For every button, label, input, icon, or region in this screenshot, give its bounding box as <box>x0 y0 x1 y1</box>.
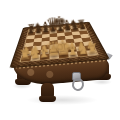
product-photo: ♜♞♝♛♚♝♞♜♟♟♟♟♟♟♟♟♟♟♟♟♟♟♟♟♜♞♝♛♚♝♞♜ <box>0 0 120 120</box>
board-square[interactable]: ♜ <box>86 50 97 56</box>
board-square[interactable]: ♟ <box>78 28 86 32</box>
table-shadow <box>26 95 98 105</box>
chess-piece[interactable]: ♜ <box>86 42 99 56</box>
board-square[interactable] <box>73 35 82 39</box>
board-square[interactable]: ♟ <box>71 28 79 32</box>
table-leg-front <box>41 83 54 98</box>
board-grid: ♜♞♝♛♚♝♞♜♟♟♟♟♟♟♟♟♟♟♟♟♟♟♟♟♜♞♝♛♚♝♞♜ <box>21 25 97 62</box>
chess-piece[interactable]: ♟ <box>78 23 86 32</box>
board-square[interactable]: ♟ <box>64 29 72 33</box>
board-square[interactable] <box>26 39 35 43</box>
metal-latch <box>72 72 81 81</box>
